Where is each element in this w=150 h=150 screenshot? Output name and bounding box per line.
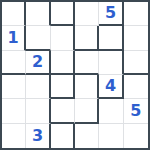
cell-r2c5[interactable] xyxy=(99,26,123,50)
cell-r6c4[interactable] xyxy=(75,124,99,148)
cell-r2c3[interactable] xyxy=(51,26,75,50)
cell-r5c6[interactable]: 5 xyxy=(124,99,148,123)
cell-r4c6[interactable] xyxy=(124,75,148,99)
puzzle-board: 512453 xyxy=(0,0,150,150)
given-digit-r6c2: 3 xyxy=(32,128,43,144)
cell-r5c4[interactable] xyxy=(75,99,99,123)
cell-r6c5[interactable] xyxy=(99,124,123,148)
cell-r3c1[interactable] xyxy=(2,51,26,75)
cell-r5c2[interactable] xyxy=(26,99,50,123)
cell-r3c3[interactable] xyxy=(51,51,75,75)
cell-r4c4[interactable] xyxy=(75,75,99,99)
given-digit-r3c2: 2 xyxy=(32,54,43,70)
cell-r1c2[interactable] xyxy=(26,2,50,26)
cell-r3c2[interactable]: 2 xyxy=(26,51,50,75)
cell-r6c1[interactable] xyxy=(2,124,26,148)
cell-r2c1[interactable]: 1 xyxy=(2,26,26,50)
given-digit-r4c5: 4 xyxy=(105,78,116,94)
cell-r1c3[interactable] xyxy=(51,2,75,26)
cell-r6c3[interactable] xyxy=(51,124,75,148)
cell-r2c6[interactable] xyxy=(124,26,148,50)
cell-r5c5[interactable] xyxy=(99,99,123,123)
cell-r1c5[interactable]: 5 xyxy=(99,2,123,26)
cell-r2c2[interactable] xyxy=(26,26,50,50)
cell-r3c6[interactable] xyxy=(124,51,148,75)
cell-r3c4[interactable] xyxy=(75,51,99,75)
cell-r6c2[interactable]: 3 xyxy=(26,124,50,148)
cell-r2c4[interactable] xyxy=(75,26,99,50)
cell-r4c3[interactable] xyxy=(51,75,75,99)
cell-r1c1[interactable] xyxy=(2,2,26,26)
cell-r4c2[interactable] xyxy=(26,75,50,99)
cell-r5c3[interactable] xyxy=(51,99,75,123)
cell-r5c1[interactable] xyxy=(2,99,26,123)
cell-r1c6[interactable] xyxy=(124,2,148,26)
given-digit-r2c1: 1 xyxy=(8,30,19,46)
cell-r3c5[interactable] xyxy=(99,51,123,75)
given-digit-r5c6: 5 xyxy=(130,103,141,119)
cell-r4c5[interactable]: 4 xyxy=(99,75,123,99)
given-digit-r1c5: 5 xyxy=(105,5,116,21)
cell-r4c1[interactable] xyxy=(2,75,26,99)
cell-r6c6[interactable] xyxy=(124,124,148,148)
cell-r1c4[interactable] xyxy=(75,2,99,26)
